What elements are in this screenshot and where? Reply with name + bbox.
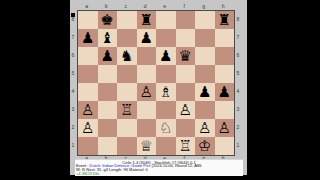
file-label-d: d <box>136 3 156 9</box>
square-h2: ♙ <box>215 119 235 137</box>
rank-label-6: 6 <box>235 46 241 64</box>
chess-gui-panel: abcdefgh abcdefgh 87654321 87654321 ♚♜♜♟… <box>70 0 247 175</box>
square-e4: ♗ <box>156 83 176 101</box>
square-a6 <box>78 47 98 65</box>
video-frame: abcdefgh abcdefgh 87654321 87654321 ♚♜♜♟… <box>0 0 320 180</box>
square-c5 <box>117 65 137 83</box>
file-label-h: h <box>214 3 234 9</box>
square-a1 <box>78 137 98 155</box>
white-pawn: ♙ <box>198 119 211 137</box>
white-pawn: ♙ <box>81 119 94 137</box>
square-b4 <box>98 83 118 101</box>
rank-labels-right: 87654321 <box>235 10 241 154</box>
black-queen: ♛ <box>179 47 192 65</box>
square-b8: ♚ <box>98 11 118 29</box>
square-d1: ♕ <box>137 137 157 155</box>
square-h3 <box>215 101 235 119</box>
white-pawn: ♙ <box>179 101 192 119</box>
square-e2: ♘ <box>156 119 176 137</box>
black-rook: ♜ <box>218 11 231 29</box>
square-d7: ♟ <box>137 29 157 47</box>
square-g8 <box>195 11 215 29</box>
square-d8: ♜ <box>137 11 157 29</box>
square-f5 <box>176 65 196 83</box>
square-e7 <box>156 29 176 47</box>
square-c8 <box>117 11 137 29</box>
square-f4 <box>176 83 196 101</box>
square-a8 <box>78 11 98 29</box>
file-labels-top: abcdefgh <box>77 3 233 9</box>
white-pawn: ♙ <box>218 119 231 137</box>
square-d3 <box>137 101 157 119</box>
black-bishop: ♝ <box>101 29 114 47</box>
black-rook: ♜ <box>140 11 153 29</box>
square-h8: ♜ <box>215 11 235 29</box>
square-b7: ♝ <box>98 29 118 47</box>
black-to-move-indicator <box>71 13 75 17</box>
file-label-b: b <box>97 3 117 9</box>
square-c3: ♖ <box>117 101 137 119</box>
square-f3: ♙ <box>176 101 196 119</box>
square-g5 <box>195 65 215 83</box>
rank-label-4: 4 <box>235 82 241 100</box>
square-c2 <box>117 119 137 137</box>
square-c6: ♞ <box>117 47 137 65</box>
square-g3 <box>195 101 215 119</box>
black-pawn: ♟ <box>218 83 231 101</box>
rank-label-7: 7 <box>70 28 76 46</box>
white-bishop: ♗ <box>159 83 172 101</box>
rank-label-1: 1 <box>235 136 241 154</box>
square-d5 <box>137 65 157 83</box>
file-label-a: a <box>77 3 97 9</box>
rank-label-4: 4 <box>70 82 76 100</box>
rank-label-7: 7 <box>235 28 241 46</box>
square-b5 <box>98 65 118 83</box>
square-h1 <box>215 137 235 155</box>
square-f8 <box>176 11 196 29</box>
square-e1 <box>156 137 176 155</box>
square-h6 <box>215 47 235 65</box>
square-e5 <box>156 65 176 83</box>
rank-label-2: 2 <box>70 118 76 136</box>
black-pawn: ♟ <box>101 47 114 65</box>
white-rook: ♖ <box>120 101 133 119</box>
black-knight: ♞ <box>120 47 133 65</box>
rank-label-8: 8 <box>235 10 241 28</box>
engine-eval-line: +4.38/23 63s <box>75 172 243 176</box>
square-f6: ♛ <box>176 47 196 65</box>
white-rook: ♖ <box>179 137 192 155</box>
file-label-e: e <box>155 3 175 9</box>
square-c4 <box>117 83 137 101</box>
rank-label-3: 3 <box>70 100 76 118</box>
square-c1 <box>117 137 137 155</box>
white-pawn: ♙ <box>81 101 94 119</box>
black-pawn: ♟ <box>159 47 172 65</box>
square-f2 <box>176 119 196 137</box>
white-pawn: ♙ <box>140 83 153 101</box>
square-d6 <box>137 47 157 65</box>
rank-label-6: 6 <box>70 46 76 64</box>
white-king: ♔ <box>198 137 211 155</box>
square-a3: ♙ <box>78 101 98 119</box>
file-label-f: f <box>175 3 195 9</box>
square-e3 <box>156 101 176 119</box>
square-a4 <box>78 83 98 101</box>
event-details: (2024.10.06, Round 12, A86 <box>150 163 201 168</box>
rank-label-3: 3 <box>235 100 241 118</box>
square-g6 <box>195 47 215 65</box>
rank-labels-left: 87654321 <box>70 10 76 154</box>
game-info-panel: Ceile 1.4 (3046) - Stockfish 17 (3644) 0… <box>75 159 243 176</box>
file-label-c: c <box>116 3 136 9</box>
square-g1: ♔ <box>195 137 215 155</box>
file-label-g: g <box>194 3 214 9</box>
square-b3 <box>98 101 118 119</box>
square-g2: ♙ <box>195 119 215 137</box>
white-queen: ♕ <box>140 137 153 155</box>
square-d2 <box>137 119 157 137</box>
square-b2 <box>98 119 118 137</box>
square-a2: ♙ <box>78 119 98 137</box>
chess-board: ♚♜♜♟♝♟♟♞♟♛♙♗♟♟♙♖♙♙♘♙♙♕♖♔ <box>77 10 235 156</box>
black-pawn: ♟ <box>81 29 94 47</box>
rank-label-2: 2 <box>235 118 241 136</box>
square-a7: ♟ <box>78 29 98 47</box>
square-c7 <box>117 29 137 47</box>
square-e6: ♟ <box>156 47 176 65</box>
white-knight: ♘ <box>159 119 172 137</box>
black-pawn: ♟ <box>140 29 153 47</box>
rank-label-5: 5 <box>70 64 76 82</box>
square-h4: ♟ <box>215 83 235 101</box>
square-b1 <box>98 137 118 155</box>
square-g7 <box>195 29 215 47</box>
square-h5 <box>215 65 235 83</box>
square-a5 <box>78 65 98 83</box>
square-f7 <box>176 29 196 47</box>
square-b6: ♟ <box>98 47 118 65</box>
black-pawn: ♟ <box>198 83 211 101</box>
rank-label-5: 5 <box>235 64 241 82</box>
square-h7 <box>215 29 235 47</box>
square-d4: ♙ <box>137 83 157 101</box>
square-g4: ♟ <box>195 83 215 101</box>
square-f1: ♖ <box>176 137 196 155</box>
square-e8 <box>156 11 176 29</box>
black-king: ♚ <box>101 11 114 29</box>
rank-label-1: 1 <box>70 136 76 154</box>
